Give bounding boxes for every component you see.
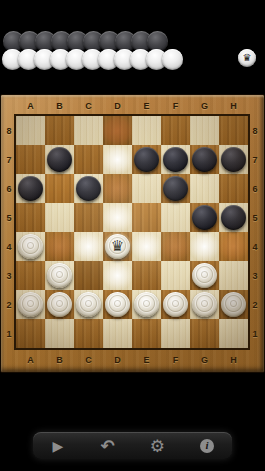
square-E2[interactable]: [132, 290, 161, 319]
square-C6[interactable]: [74, 174, 103, 203]
square-C8[interactable]: [74, 116, 103, 145]
square-B5[interactable]: [45, 203, 74, 232]
square-D6[interactable]: [103, 174, 132, 203]
square-A7[interactable]: [16, 145, 45, 174]
square-B3[interactable]: [45, 261, 74, 290]
square-F3[interactable]: [161, 261, 190, 290]
square-G2[interactable]: [190, 290, 219, 319]
piece-white-king-D4[interactable]: ♛: [105, 234, 130, 259]
piece-black-E7[interactable]: [134, 147, 159, 172]
square-H5[interactable]: [219, 203, 248, 232]
file-label-B: B: [45, 350, 74, 370]
square-E4[interactable]: [132, 232, 161, 261]
play-icon: ▶: [52, 438, 63, 454]
rank-label-5: 5: [2, 203, 16, 232]
file-label-A: A: [16, 96, 45, 116]
rank-label-6: 6: [2, 174, 16, 203]
square-D5[interactable]: [103, 203, 132, 232]
piece-white-D2[interactable]: [105, 292, 130, 317]
square-C1[interactable]: [74, 319, 103, 348]
square-G8[interactable]: [190, 116, 219, 145]
tray-white-pieces: [2, 49, 178, 70]
crown-icon: ♛: [111, 239, 124, 254]
piece-black-A6[interactable]: [18, 176, 43, 201]
square-A3[interactable]: [16, 261, 45, 290]
square-G6[interactable]: [190, 174, 219, 203]
rank-label-3: 3: [2, 261, 16, 290]
file-label-G: G: [190, 350, 219, 370]
square-H3[interactable]: [219, 261, 248, 290]
square-F5[interactable]: [161, 203, 190, 232]
file-label-G: G: [190, 96, 219, 116]
piece-white-A2[interactable]: [18, 292, 43, 317]
piece-white-A4[interactable]: [18, 234, 43, 259]
square-G1[interactable]: [190, 319, 219, 348]
info-button[interactable]: i: [182, 432, 232, 459]
file-labels-bottom: ABCDEFGH: [16, 350, 248, 370]
rank-label-4: 4: [2, 232, 16, 261]
file-label-C: C: [74, 96, 103, 116]
square-G3[interactable]: [190, 261, 219, 290]
square-A2[interactable]: [16, 290, 45, 319]
square-E5[interactable]: [132, 203, 161, 232]
rank-label-7: 7: [2, 145, 16, 174]
piece-black-G7[interactable]: [192, 147, 217, 172]
square-C3[interactable]: [74, 261, 103, 290]
square-G4[interactable]: [190, 232, 219, 261]
piece-black-B7[interactable]: [47, 147, 72, 172]
file-label-E: E: [132, 350, 161, 370]
file-label-D: D: [103, 96, 132, 116]
file-label-D: D: [103, 350, 132, 370]
square-F8[interactable]: [161, 116, 190, 145]
file-labels-top: ABCDEFGH: [16, 96, 248, 116]
settings-button[interactable]: ⚙: [133, 432, 183, 459]
file-label-F: F: [161, 96, 190, 116]
piece-white-G3[interactable]: [192, 263, 217, 288]
square-A1[interactable]: [16, 319, 45, 348]
square-D2[interactable]: [103, 290, 132, 319]
tray-white-piece: [162, 49, 183, 70]
square-E3[interactable]: [132, 261, 161, 290]
rank-labels-right: 87654321: [247, 116, 263, 348]
rank-label-3: 3: [247, 261, 263, 290]
square-C5[interactable]: [74, 203, 103, 232]
square-H1[interactable]: [219, 319, 248, 348]
rank-labels-left: 87654321: [2, 116, 16, 348]
board-squares: ♛: [16, 116, 248, 348]
square-H2[interactable]: [219, 290, 248, 319]
rank-label-7: 7: [247, 145, 263, 174]
square-A8[interactable]: [16, 116, 45, 145]
rank-label-2: 2: [247, 290, 263, 319]
board: ABCDEFGH ABCDEFGH 87654321 87654321 ♛: [0, 94, 265, 373]
file-label-B: B: [45, 96, 74, 116]
tray-white-king: ♛: [238, 49, 256, 67]
gear-icon: ⚙: [150, 436, 165, 456]
piece-black-H7[interactable]: [221, 147, 246, 172]
file-label-H: H: [219, 96, 248, 116]
square-B7[interactable]: [45, 145, 74, 174]
square-A4[interactable]: [16, 232, 45, 261]
square-G5[interactable]: [190, 203, 219, 232]
crown-icon: ♛: [243, 53, 252, 63]
square-C4[interactable]: [74, 232, 103, 261]
file-label-E: E: [132, 96, 161, 116]
rank-label-5: 5: [247, 203, 263, 232]
piece-black-F7[interactable]: [163, 147, 188, 172]
square-F1[interactable]: [161, 319, 190, 348]
file-label-F: F: [161, 350, 190, 370]
rank-label-4: 4: [247, 232, 263, 261]
piece-white-B2[interactable]: [47, 292, 72, 317]
piece-white-H2[interactable]: [221, 292, 246, 317]
piece-white-G2[interactable]: [192, 292, 217, 317]
square-F4[interactable]: [161, 232, 190, 261]
undo-icon: ↶: [101, 436, 115, 456]
square-H7[interactable]: [219, 145, 248, 174]
square-A5[interactable]: [16, 203, 45, 232]
rank-label-8: 8: [2, 116, 16, 145]
square-C2[interactable]: [74, 290, 103, 319]
square-E8[interactable]: [132, 116, 161, 145]
square-D8[interactable]: [103, 116, 132, 145]
square-H8[interactable]: [219, 116, 248, 145]
square-H4[interactable]: [219, 232, 248, 261]
square-D7[interactable]: [103, 145, 132, 174]
bottom-toolbar: ▶ ↶ ⚙ i: [33, 432, 232, 459]
file-label-C: C: [74, 350, 103, 370]
piece-black-H5[interactable]: [221, 205, 246, 230]
square-E6[interactable]: [132, 174, 161, 203]
square-D4[interactable]: ♛: [103, 232, 132, 261]
square-E1[interactable]: [132, 319, 161, 348]
square-H6[interactable]: [219, 174, 248, 203]
square-E7[interactable]: [132, 145, 161, 174]
square-B6[interactable]: [45, 174, 74, 203]
info-icon: i: [200, 439, 214, 453]
piece-white-E2[interactable]: [134, 292, 159, 317]
piece-black-G5[interactable]: [192, 205, 217, 230]
square-D3[interactable]: [103, 261, 132, 290]
rank-label-2: 2: [2, 290, 16, 319]
piece-black-F6[interactable]: [163, 176, 188, 201]
square-B1[interactable]: [45, 319, 74, 348]
piece-white-C2[interactable]: [76, 292, 101, 317]
square-F7[interactable]: [161, 145, 190, 174]
rank-label-6: 6: [247, 174, 263, 203]
square-B8[interactable]: [45, 116, 74, 145]
undo-button[interactable]: ↶: [83, 432, 133, 459]
rank-label-8: 8: [247, 116, 263, 145]
file-label-A: A: [16, 350, 45, 370]
square-B2[interactable]: [45, 290, 74, 319]
square-F2[interactable]: [161, 290, 190, 319]
rank-label-1: 1: [247, 319, 263, 348]
square-D1[interactable]: [103, 319, 132, 348]
piece-black-C6[interactable]: [76, 176, 101, 201]
square-G7[interactable]: [190, 145, 219, 174]
square-A6[interactable]: [16, 174, 45, 203]
square-C7[interactable]: [74, 145, 103, 174]
piece-white-B3[interactable]: [47, 263, 72, 288]
square-F6[interactable]: [161, 174, 190, 203]
file-label-H: H: [219, 350, 248, 370]
rank-label-1: 1: [2, 319, 16, 348]
square-B4[interactable]: [45, 232, 74, 261]
play-button[interactable]: ▶: [33, 432, 83, 459]
piece-white-F2[interactable]: [163, 292, 188, 317]
